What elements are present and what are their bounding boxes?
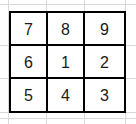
- grid-cell-r2c1[interactable]: 6: [11, 46, 46, 77]
- grid-cell-r1c3[interactable]: 9: [85, 13, 124, 44]
- grid-cell-r3c1[interactable]: 5: [11, 79, 46, 111]
- grid-cell-r1c1[interactable]: 7: [11, 13, 46, 44]
- sheet-gridline-horizontal: [0, 4, 136, 5]
- grid-cell-r1c2[interactable]: 8: [48, 13, 83, 44]
- grid-cell-r2c3[interactable]: 2: [85, 46, 124, 77]
- sheet-gridline-horizontal: [0, 118, 136, 119]
- grid-cell-r2c2[interactable]: 1: [48, 46, 83, 77]
- number-grid: 7 8 9 6 1 2 5 4 3: [9, 11, 126, 113]
- grid-cell-r3c3[interactable]: 3: [85, 79, 124, 111]
- grid-cell-r3c2[interactable]: 4: [48, 79, 83, 111]
- spreadsheet-canvas: 7 8 9 6 1 2 5 4 3: [0, 0, 136, 124]
